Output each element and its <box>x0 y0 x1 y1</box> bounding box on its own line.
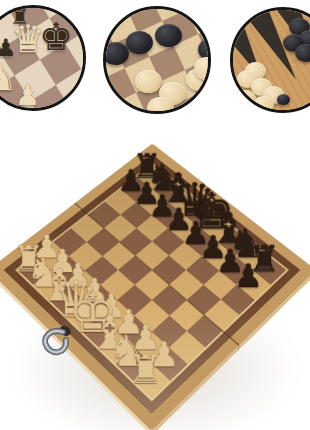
product-photo: ♜♟♟♛♚♞♟ ♜♞♝♛♚♝♞♜♟♟♟♟♟♟♟♟♟♟♟♟♟♟♟♟♜♞♝♛♚♝♞♜ <box>0 0 310 430</box>
metal-clasp-icon <box>38 320 80 362</box>
board-scene: ♜♞♝♛♚♝♞♜♟♟♟♟♟♟♟♟♟♟♟♟♟♟♟♟♜♞♝♛♚♝♞♜ <box>0 96 310 430</box>
dark-checker-disc-4 <box>295 44 310 62</box>
light-checker-disc-5 <box>135 70 162 93</box>
dark-checker-disc-3 <box>103 42 129 65</box>
white-rook-icon: ♜ <box>128 350 163 390</box>
black-pawn-icon: ♟ <box>234 259 263 292</box>
dark-chess-piece-icon: ♚ <box>39 18 73 56</box>
